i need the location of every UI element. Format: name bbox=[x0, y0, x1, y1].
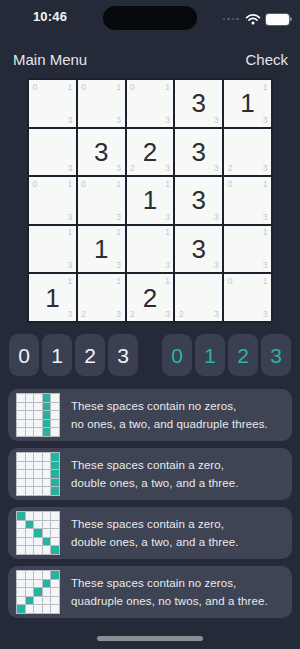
mini-cell bbox=[34, 521, 42, 529]
mini-cell bbox=[17, 588, 25, 596]
mini-cell bbox=[17, 479, 25, 487]
mini-cell bbox=[51, 403, 59, 411]
clue-card: These spaces contain a zero, double ones… bbox=[8, 507, 292, 559]
cell-r4c0[interactable]: 113 bbox=[29, 274, 76, 321]
mini-cell bbox=[34, 479, 42, 487]
mini-cell bbox=[34, 453, 42, 461]
pencil-mark: 1 bbox=[68, 228, 73, 237]
pencil-mark: 1 bbox=[68, 83, 73, 92]
mini-cell bbox=[26, 487, 34, 495]
mini-cell-highlight bbox=[26, 521, 34, 529]
check-button[interactable]: Check bbox=[245, 51, 288, 68]
pencil-mark: 2 bbox=[130, 164, 135, 173]
mini-cell bbox=[43, 453, 51, 461]
mini-cell bbox=[17, 546, 25, 554]
keypad-left: 0123 bbox=[9, 334, 138, 376]
pencil-mark: 3 bbox=[116, 116, 121, 125]
battery-icon bbox=[266, 14, 289, 25]
mini-cell bbox=[26, 529, 34, 537]
cell-value: 1 bbox=[143, 187, 157, 213]
clue-card: These spaces contain a zero, double ones… bbox=[8, 448, 292, 500]
mini-cell bbox=[51, 588, 59, 596]
pencil-mark: 1 bbox=[263, 83, 268, 92]
key-left-0[interactable]: 0 bbox=[9, 334, 39, 376]
mini-cell-highlight bbox=[43, 580, 51, 588]
pencil-mark: 1 bbox=[116, 180, 121, 189]
mini-cell bbox=[43, 588, 51, 596]
pencil-mark: 3 bbox=[116, 213, 121, 222]
mini-cell bbox=[17, 538, 25, 546]
cell-r0c3[interactable]: 33 bbox=[175, 80, 222, 127]
pencil-mark: 3 bbox=[68, 310, 73, 319]
cell-r2c1[interactable]: 013 bbox=[78, 177, 125, 224]
pencil-mark: 3 bbox=[116, 164, 121, 173]
clue-text: These spaces contain a zero, double ones… bbox=[71, 515, 239, 552]
mini-cell bbox=[51, 538, 59, 546]
mini-cell bbox=[51, 605, 59, 613]
clue-line: These spaces contain a zero, bbox=[71, 515, 239, 533]
cell-value: 3 bbox=[192, 187, 206, 213]
mini-cell bbox=[26, 479, 34, 487]
mini-cell bbox=[43, 529, 51, 537]
dynamic-island bbox=[103, 6, 197, 30]
clue-line: quadruple ones, no twos, and a three. bbox=[71, 592, 268, 610]
mini-cell-highlight bbox=[43, 538, 51, 546]
pencil-mark: 3 bbox=[165, 213, 170, 222]
mini-cell bbox=[26, 394, 34, 402]
mini-cell bbox=[34, 597, 42, 605]
mini-cell-highlight bbox=[26, 597, 34, 605]
pencil-mark: 1 bbox=[263, 228, 268, 237]
pencil-mark: 0 bbox=[81, 83, 86, 92]
mini-cell bbox=[34, 571, 42, 579]
cell-r0c1[interactable]: 013 bbox=[78, 80, 125, 127]
mini-cell-highlight bbox=[34, 529, 42, 537]
cell-value: 1 bbox=[94, 236, 108, 262]
cell-r1c0[interactable]: 3 bbox=[29, 129, 76, 176]
cell-r3c3[interactable]: 33 bbox=[175, 226, 222, 273]
mini-cell bbox=[26, 453, 34, 461]
mini-cell bbox=[17, 597, 25, 605]
pencil-mark: 3 bbox=[214, 116, 219, 125]
clue-line: no ones, a two, and quadruple threes. bbox=[71, 415, 268, 433]
pencil-mark: 1 bbox=[263, 180, 268, 189]
cell-value: 3 bbox=[192, 90, 206, 116]
mini-cell bbox=[34, 605, 42, 613]
home-indicator[interactable] bbox=[97, 636, 203, 641]
pencil-mark: 2 bbox=[81, 310, 86, 319]
mini-cell bbox=[26, 428, 34, 436]
mini-cell bbox=[17, 420, 25, 428]
pencil-mark: 3 bbox=[116, 310, 121, 319]
pencil-mark: 3 bbox=[165, 261, 170, 270]
mini-cell bbox=[17, 403, 25, 411]
wifi-icon bbox=[245, 13, 261, 25]
cell-value: 1 bbox=[45, 285, 59, 311]
mini-cell bbox=[17, 580, 25, 588]
pencil-mark: 1 bbox=[165, 83, 170, 92]
keypad-right: 0123 bbox=[162, 334, 291, 376]
mini-cell bbox=[26, 538, 34, 546]
pencil-mark: 1 bbox=[116, 83, 121, 92]
mini-cell bbox=[43, 470, 51, 478]
mini-cell bbox=[34, 403, 42, 411]
clue-line: double ones, a two, and a three. bbox=[71, 533, 239, 551]
clue-text: These spaces contain no zeros, quadruple… bbox=[71, 574, 268, 611]
clue-minigrid bbox=[16, 393, 60, 437]
pencil-mark: 3 bbox=[165, 310, 170, 319]
cell-value: 3 bbox=[94, 139, 108, 165]
cell-r3c4[interactable]: 13 bbox=[224, 226, 271, 273]
key-left-2[interactable]: 2 bbox=[75, 334, 105, 376]
mini-cell bbox=[34, 420, 42, 428]
pencil-mark: 0 bbox=[228, 277, 233, 286]
pencil-mark: 3 bbox=[165, 116, 170, 125]
mini-cell-highlight bbox=[43, 420, 51, 428]
pencil-mark: 0 bbox=[33, 180, 38, 189]
mini-cell bbox=[26, 546, 34, 554]
main-menu-button[interactable]: Main Menu bbox=[13, 51, 87, 68]
mini-cell bbox=[51, 580, 59, 588]
mini-cell bbox=[17, 428, 25, 436]
cell-r1c1[interactable]: 33 bbox=[78, 129, 125, 176]
mini-cell-highlight bbox=[17, 605, 25, 613]
key-right-0[interactable]: 0 bbox=[162, 334, 192, 376]
mini-cell bbox=[51, 512, 59, 520]
mini-cell bbox=[26, 411, 34, 419]
pencil-mark: 0 bbox=[228, 180, 233, 189]
pencil-mark: 3 bbox=[263, 116, 268, 125]
clue-line: double ones, a two, and a three. bbox=[71, 474, 239, 492]
pencil-mark: 2 bbox=[228, 164, 233, 173]
clue-card: These spaces contain no zeros, quadruple… bbox=[8, 566, 292, 618]
pencil-mark: 1 bbox=[116, 228, 121, 237]
board: 0130130133311333322333230130131133301313… bbox=[27, 78, 273, 323]
nav-bar: Main Menu Check bbox=[0, 50, 300, 72]
mini-cell bbox=[43, 571, 51, 579]
mini-cell bbox=[34, 546, 42, 554]
mini-cell bbox=[51, 420, 59, 428]
pencil-mark: 1 bbox=[165, 228, 170, 237]
cell-r2c3[interactable]: 33 bbox=[175, 177, 222, 224]
mini-cell bbox=[26, 605, 34, 613]
cell-r3c1[interactable]: 113 bbox=[78, 226, 125, 273]
cell-r2c4[interactable]: 013 bbox=[224, 177, 271, 224]
mini-cell bbox=[34, 470, 42, 478]
mini-cell bbox=[34, 512, 42, 520]
mini-cell bbox=[34, 411, 42, 419]
mini-cell bbox=[17, 470, 25, 478]
clue-minigrid bbox=[16, 570, 60, 614]
mini-cell bbox=[43, 521, 51, 529]
mini-cell bbox=[43, 597, 51, 605]
mini-cell-highlight bbox=[43, 403, 51, 411]
mini-cell bbox=[51, 394, 59, 402]
mini-cell-highlight bbox=[51, 462, 59, 470]
mini-cell bbox=[17, 529, 25, 537]
mini-cell-highlight bbox=[43, 428, 51, 436]
cell-r4c2[interactable]: 2123 bbox=[127, 274, 174, 321]
pencil-mark: 3 bbox=[214, 213, 219, 222]
pencil-mark: 3 bbox=[214, 164, 219, 173]
key-right-2[interactable]: 2 bbox=[228, 334, 258, 376]
mini-cell bbox=[34, 428, 42, 436]
cell-r0c4[interactable]: 113 bbox=[224, 80, 271, 127]
status-bar: 10:46 bbox=[0, 0, 300, 32]
pencil-mark: 1 bbox=[165, 180, 170, 189]
mini-cell bbox=[17, 462, 25, 470]
pencil-mark: 3 bbox=[263, 310, 268, 319]
pencil-mark: 3 bbox=[68, 164, 73, 173]
mini-cell bbox=[51, 597, 59, 605]
mini-cell bbox=[43, 546, 51, 554]
pencil-mark: 0 bbox=[130, 83, 135, 92]
mini-cell-highlight bbox=[17, 512, 25, 520]
cell-r1c3[interactable]: 33 bbox=[175, 129, 222, 176]
mini-cell bbox=[34, 394, 42, 402]
pencil-mark: 0 bbox=[81, 180, 86, 189]
mini-cell bbox=[26, 470, 34, 478]
mini-cell bbox=[17, 453, 25, 461]
mini-cell bbox=[17, 394, 25, 402]
mini-cell bbox=[34, 462, 42, 470]
mini-cell bbox=[17, 521, 25, 529]
mini-cell bbox=[26, 512, 34, 520]
mini-cell bbox=[17, 411, 25, 419]
cellular-signal-icon bbox=[223, 18, 239, 21]
cell-r3c0[interactable]: 13 bbox=[29, 226, 76, 273]
pencil-mark: 0 bbox=[33, 83, 38, 92]
cell-r1c2[interactable]: 223 bbox=[127, 129, 174, 176]
pencil-mark: 1 bbox=[263, 277, 268, 286]
pencil-mark: 3 bbox=[263, 261, 268, 270]
cell-value: 1 bbox=[240, 90, 254, 116]
cell-value: 2 bbox=[143, 285, 157, 311]
mini-cell bbox=[43, 462, 51, 470]
mini-cell-highlight bbox=[43, 411, 51, 419]
pencil-mark: 3 bbox=[165, 164, 170, 173]
pencil-mark: 3 bbox=[214, 310, 219, 319]
mini-cell bbox=[43, 479, 51, 487]
mini-cell-highlight bbox=[51, 571, 59, 579]
mini-cell bbox=[17, 487, 25, 495]
mini-cell-highlight bbox=[51, 479, 59, 487]
clue-line: These spaces contain no zeros, bbox=[71, 397, 268, 415]
keypad-row: 0123 0123 bbox=[0, 334, 300, 376]
cell-r1c4[interactable]: 23 bbox=[224, 129, 271, 176]
pencil-mark: 2 bbox=[130, 310, 135, 319]
mini-cell bbox=[43, 487, 51, 495]
mini-cell bbox=[26, 403, 34, 411]
clue-line: These spaces contain no zeros, bbox=[71, 574, 268, 592]
mini-cell bbox=[43, 512, 51, 520]
clue-card: These spaces contain no zeros, no ones, … bbox=[8, 389, 292, 441]
cell-r0c0[interactable]: 013 bbox=[29, 80, 76, 127]
mini-cell bbox=[17, 571, 25, 579]
mini-cell bbox=[34, 487, 42, 495]
pencil-mark: 3 bbox=[68, 116, 73, 125]
mini-cell bbox=[34, 580, 42, 588]
clue-text: These spaces contain a zero, double ones… bbox=[71, 456, 239, 493]
clue-line: These spaces contain a zero, bbox=[71, 456, 239, 474]
cell-value: 3 bbox=[192, 139, 206, 165]
clue-list: These spaces contain no zeros, no ones, … bbox=[8, 389, 292, 618]
cell-r2c2[interactable]: 113 bbox=[127, 177, 174, 224]
mini-cell-highlight bbox=[51, 453, 59, 461]
pencil-mark: 3 bbox=[263, 164, 268, 173]
mini-cell bbox=[26, 462, 34, 470]
mini-cell bbox=[51, 529, 59, 537]
pencil-mark: 3 bbox=[116, 261, 121, 270]
cell-value: 3 bbox=[192, 236, 206, 262]
mini-cell-highlight bbox=[43, 394, 51, 402]
cell-r3c2[interactable]: 13 bbox=[127, 226, 174, 273]
mini-cell-highlight bbox=[51, 470, 59, 478]
mini-cell bbox=[34, 538, 42, 546]
key-right-3[interactable]: 3 bbox=[261, 334, 291, 376]
pencil-mark: 1 bbox=[116, 277, 121, 286]
cell-r0c2[interactable]: 013 bbox=[127, 80, 174, 127]
mini-cell bbox=[26, 580, 34, 588]
key-left-3[interactable]: 3 bbox=[108, 334, 138, 376]
cell-r2c0[interactable]: 013 bbox=[29, 177, 76, 224]
key-right-1[interactable]: 1 bbox=[195, 334, 225, 376]
pencil-mark: 3 bbox=[68, 261, 73, 270]
pencil-mark: 1 bbox=[68, 180, 73, 189]
mini-cell bbox=[26, 571, 34, 579]
mini-cell bbox=[51, 428, 59, 436]
mini-cell bbox=[51, 411, 59, 419]
cell-r4c4[interactable]: 013 bbox=[224, 274, 271, 321]
mini-cell-highlight bbox=[51, 487, 59, 495]
clock: 10:46 bbox=[26, 9, 74, 24]
pencil-mark: 3 bbox=[214, 261, 219, 270]
mini-cell-highlight bbox=[51, 546, 59, 554]
pencil-mark: 2 bbox=[179, 310, 184, 319]
mini-cell-highlight bbox=[34, 588, 42, 596]
clue-text: These spaces contain no zeros, no ones, … bbox=[71, 397, 268, 434]
key-left-1[interactable]: 1 bbox=[42, 334, 72, 376]
pencil-mark: 1 bbox=[68, 277, 73, 286]
mini-cell bbox=[26, 420, 34, 428]
cell-r4c3[interactable]: 23 bbox=[175, 274, 222, 321]
pencil-mark: 1 bbox=[165, 277, 170, 286]
phone-screen: 10:46 Main Menu Check 013013013331133332… bbox=[0, 0, 300, 649]
mini-cell bbox=[26, 588, 34, 596]
pencil-mark: 3 bbox=[68, 213, 73, 222]
clue-minigrid bbox=[16, 452, 60, 496]
mini-cell bbox=[51, 521, 59, 529]
cell-value: 2 bbox=[143, 139, 157, 165]
cell-r4c1[interactable]: 123 bbox=[78, 274, 125, 321]
clue-minigrid bbox=[16, 511, 60, 555]
pencil-mark: 3 bbox=[263, 213, 268, 222]
mini-cell bbox=[43, 605, 51, 613]
